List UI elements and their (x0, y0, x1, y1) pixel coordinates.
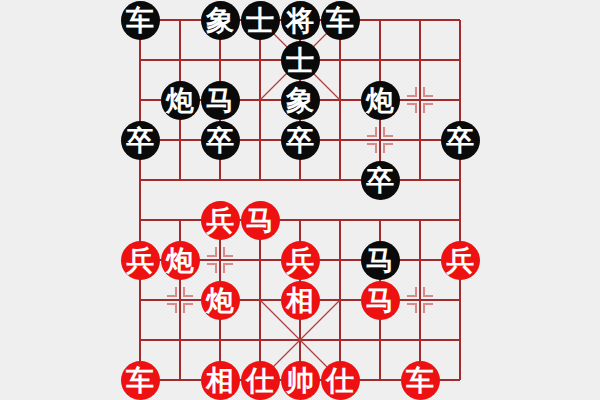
piece-black-soldier[interactable]: 卒 (281, 121, 320, 160)
xiangqi-board-screen: 车象士将车士炮马象炮卒卒卒卒卒兵马兵炮兵马兵炮相马车相仕帅仕车 (0, 0, 600, 400)
piece-red-cannon[interactable]: 炮 (161, 241, 200, 280)
piece-black-general[interactable]: 将 (281, 1, 320, 40)
piece-red-elephant[interactable]: 相 (201, 361, 240, 400)
piece-red-advisor[interactable]: 仕 (321, 361, 360, 400)
piece-black-horse[interactable]: 马 (361, 241, 400, 280)
piece-red-soldier[interactable]: 兵 (281, 241, 320, 280)
piece-red-advisor[interactable]: 仕 (241, 361, 280, 400)
piece-black-advisor[interactable]: 士 (241, 1, 280, 40)
xiangqi-board[interactable]: 车象士将车士炮马象炮卒卒卒卒卒兵马兵炮兵马兵炮相马车相仕帅仕车 (120, 0, 480, 400)
piece-black-soldier[interactable]: 卒 (201, 121, 240, 160)
piece-red-horse[interactable]: 马 (361, 281, 400, 320)
piece-red-soldier[interactable]: 兵 (201, 201, 240, 240)
piece-black-chariot[interactable]: 车 (321, 1, 360, 40)
piece-red-general[interactable]: 帅 (281, 361, 320, 400)
piece-black-horse[interactable]: 马 (201, 81, 240, 120)
piece-black-advisor[interactable]: 士 (281, 41, 320, 80)
piece-black-cannon[interactable]: 炮 (161, 81, 200, 120)
piece-black-chariot[interactable]: 车 (121, 1, 160, 40)
piece-black-soldier[interactable]: 卒 (441, 121, 480, 160)
piece-black-soldier[interactable]: 卒 (361, 161, 400, 200)
piece-red-cannon[interactable]: 炮 (201, 281, 240, 320)
piece-black-soldier[interactable]: 卒 (121, 121, 160, 160)
piece-red-chariot[interactable]: 车 (401, 361, 440, 400)
piece-red-soldier[interactable]: 兵 (441, 241, 480, 280)
piece-black-cannon[interactable]: 炮 (361, 81, 400, 120)
piece-red-horse[interactable]: 马 (241, 201, 280, 240)
piece-black-elephant[interactable]: 象 (201, 1, 240, 40)
piece-black-elephant[interactable]: 象 (281, 81, 320, 120)
piece-red-chariot[interactable]: 车 (121, 361, 160, 400)
piece-red-soldier[interactable]: 兵 (121, 241, 160, 280)
piece-red-elephant[interactable]: 相 (281, 281, 320, 320)
